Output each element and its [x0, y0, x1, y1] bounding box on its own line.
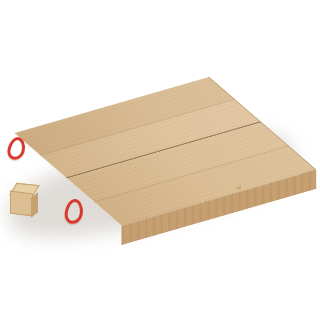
die-front-face [10, 191, 33, 217]
die-side-face [31, 192, 38, 217]
closure-knob [201, 199, 206, 204]
wooden-die[interactable] [9, 184, 41, 217]
closure-knob [236, 184, 241, 189]
product-photo [0, 0, 320, 320]
